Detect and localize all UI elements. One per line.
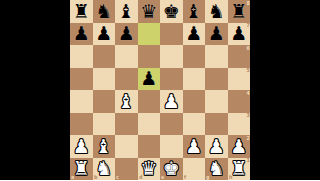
square-f4[interactable] <box>183 90 206 113</box>
square-h8[interactable]: ♜ <box>228 0 251 23</box>
piece-white-pawn[interactable]: ♟ <box>160 90 183 113</box>
piece-black-pawn[interactable]: ♟ <box>228 23 251 46</box>
square-f3[interactable] <box>183 113 206 136</box>
chess-board: ♜♞♝♛♚♝♞♜♟♟♟♟♟♟♟♝♟♟♝♟♟♟♜♞♛♚♞♜87654321abcd… <box>70 0 250 180</box>
square-b1[interactable]: ♞ <box>93 158 116 181</box>
square-h4[interactable] <box>228 90 251 113</box>
square-g6[interactable] <box>205 45 228 68</box>
square-g5[interactable] <box>205 68 228 91</box>
square-d3[interactable] <box>138 113 161 136</box>
square-d6[interactable] <box>138 45 161 68</box>
square-f2[interactable]: ♟ <box>183 135 206 158</box>
square-b5[interactable] <box>93 68 116 91</box>
piece-white-bishop[interactable]: ♝ <box>93 135 116 158</box>
square-g1[interactable]: ♞ <box>205 158 228 181</box>
piece-black-rook[interactable]: ♜ <box>228 0 251 23</box>
square-d4[interactable] <box>138 90 161 113</box>
square-d2[interactable] <box>138 135 161 158</box>
piece-white-bishop[interactable]: ♝ <box>115 90 138 113</box>
square-a1[interactable]: ♜ <box>70 158 93 181</box>
square-c7[interactable]: ♟ <box>115 23 138 46</box>
piece-white-rook[interactable]: ♜ <box>228 158 251 181</box>
square-a4[interactable] <box>70 90 93 113</box>
square-d5[interactable]: ♟ <box>138 68 161 91</box>
square-h3[interactable] <box>228 113 251 136</box>
piece-black-pawn[interactable]: ♟ <box>93 23 116 46</box>
piece-black-knight[interactable]: ♞ <box>205 0 228 23</box>
square-c2[interactable] <box>115 135 138 158</box>
square-b2[interactable]: ♝ <box>93 135 116 158</box>
square-e5[interactable] <box>160 68 183 91</box>
square-d7[interactable] <box>138 23 161 46</box>
square-e1[interactable]: ♚ <box>160 158 183 181</box>
piece-white-rook[interactable]: ♜ <box>70 158 93 181</box>
piece-white-knight[interactable]: ♞ <box>93 158 116 181</box>
screen: ♜♞♝♛♚♝♞♜♟♟♟♟♟♟♟♝♟♟♝♟♟♟♜♞♛♚♞♜87654321abcd… <box>0 0 320 180</box>
piece-black-knight[interactable]: ♞ <box>93 0 116 23</box>
square-c4[interactable]: ♝ <box>115 90 138 113</box>
square-e8[interactable]: ♚ <box>160 0 183 23</box>
piece-black-king[interactable]: ♚ <box>160 0 183 23</box>
square-g3[interactable] <box>205 113 228 136</box>
piece-white-pawn[interactable]: ♟ <box>205 135 228 158</box>
piece-white-pawn[interactable]: ♟ <box>183 135 206 158</box>
square-a3[interactable] <box>70 113 93 136</box>
square-c6[interactable] <box>115 45 138 68</box>
piece-black-pawn[interactable]: ♟ <box>138 68 161 91</box>
square-b6[interactable] <box>93 45 116 68</box>
square-a5[interactable] <box>70 68 93 91</box>
square-g4[interactable] <box>205 90 228 113</box>
square-c3[interactable] <box>115 113 138 136</box>
square-b8[interactable]: ♞ <box>93 0 116 23</box>
square-e6[interactable] <box>160 45 183 68</box>
piece-white-queen[interactable]: ♛ <box>138 158 161 181</box>
piece-black-pawn[interactable]: ♟ <box>115 23 138 46</box>
piece-black-queen[interactable]: ♛ <box>138 0 161 23</box>
piece-black-pawn[interactable]: ♟ <box>183 23 206 46</box>
square-c5[interactable] <box>115 68 138 91</box>
square-c1[interactable] <box>115 158 138 181</box>
square-e7[interactable] <box>160 23 183 46</box>
square-h2[interactable]: ♟ <box>228 135 251 158</box>
square-f6[interactable] <box>183 45 206 68</box>
square-g7[interactable]: ♟ <box>205 23 228 46</box>
piece-black-pawn[interactable]: ♟ <box>205 23 228 46</box>
piece-black-rook[interactable]: ♜ <box>70 0 93 23</box>
square-a2[interactable]: ♟ <box>70 135 93 158</box>
square-a8[interactable]: ♜ <box>70 0 93 23</box>
piece-white-knight[interactable]: ♞ <box>205 158 228 181</box>
square-f8[interactable]: ♝ <box>183 0 206 23</box>
square-h5[interactable] <box>228 68 251 91</box>
square-e2[interactable] <box>160 135 183 158</box>
square-b3[interactable] <box>93 113 116 136</box>
square-e4[interactable]: ♟ <box>160 90 183 113</box>
square-g8[interactable]: ♞ <box>205 0 228 23</box>
square-a6[interactable] <box>70 45 93 68</box>
square-h1[interactable]: ♜ <box>228 158 251 181</box>
square-d8[interactable]: ♛ <box>138 0 161 23</box>
square-h7[interactable]: ♟ <box>228 23 251 46</box>
square-b7[interactable]: ♟ <box>93 23 116 46</box>
square-a7[interactable]: ♟ <box>70 23 93 46</box>
square-b4[interactable] <box>93 90 116 113</box>
piece-white-pawn[interactable]: ♟ <box>228 135 251 158</box>
square-e3[interactable] <box>160 113 183 136</box>
square-g2[interactable]: ♟ <box>205 135 228 158</box>
piece-white-king[interactable]: ♚ <box>160 158 183 181</box>
square-f1[interactable] <box>183 158 206 181</box>
square-f7[interactable]: ♟ <box>183 23 206 46</box>
piece-black-bishop[interactable]: ♝ <box>115 0 138 23</box>
piece-white-pawn[interactable]: ♟ <box>70 135 93 158</box>
square-d1[interactable]: ♛ <box>138 158 161 181</box>
piece-black-pawn[interactable]: ♟ <box>70 23 93 46</box>
square-c8[interactable]: ♝ <box>115 0 138 23</box>
piece-black-bishop[interactable]: ♝ <box>183 0 206 23</box>
square-f5[interactable] <box>183 68 206 91</box>
square-h6[interactable] <box>228 45 251 68</box>
